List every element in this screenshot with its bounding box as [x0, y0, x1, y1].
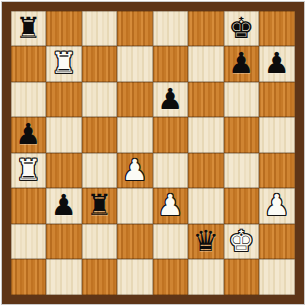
square-e2[interactable] — [153, 224, 189, 260]
square-b7[interactable]: ♜ — [46, 46, 82, 82]
square-h3[interactable]: ♟ — [259, 188, 295, 224]
square-b4[interactable] — [46, 153, 82, 189]
black-pawn-piece[interactable]: ♟ — [228, 49, 254, 78]
square-f8[interactable] — [188, 11, 224, 47]
chess-board: ♜♚♜♟♟♟♟♜♟♟♜♟♟♛♚ — [11, 11, 295, 295]
square-f6[interactable] — [188, 82, 224, 118]
white-pawn-piece[interactable]: ♟ — [264, 191, 290, 220]
square-c8[interactable] — [82, 11, 118, 47]
page: ♜♚♜♟♟♟♟♜♟♟♜♟♟♛♚ — [0, 0, 305, 305]
square-b6[interactable] — [46, 82, 82, 118]
white-rook-piece[interactable]: ♜ — [15, 156, 41, 185]
square-h5[interactable] — [259, 117, 295, 153]
square-f3[interactable] — [188, 188, 224, 224]
square-a4[interactable]: ♜ — [11, 153, 47, 189]
square-a6[interactable] — [11, 82, 47, 118]
square-e8[interactable] — [153, 11, 189, 47]
square-e1[interactable] — [153, 259, 189, 295]
square-d6[interactable] — [117, 82, 153, 118]
square-a8[interactable]: ♜ — [11, 11, 47, 47]
square-d1[interactable] — [117, 259, 153, 295]
black-rook-piece[interactable]: ♜ — [86, 191, 112, 220]
square-a5[interactable]: ♟ — [11, 117, 47, 153]
square-f4[interactable] — [188, 153, 224, 189]
square-h4[interactable] — [259, 153, 295, 189]
square-d7[interactable] — [117, 46, 153, 82]
square-e5[interactable] — [153, 117, 189, 153]
square-g2[interactable]: ♚ — [224, 224, 260, 260]
square-d4[interactable]: ♟ — [117, 153, 153, 189]
square-b5[interactable] — [46, 117, 82, 153]
square-a2[interactable] — [11, 224, 47, 260]
black-queen-piece[interactable]: ♛ — [193, 227, 219, 256]
square-e3[interactable]: ♟ — [153, 188, 189, 224]
square-f7[interactable] — [188, 46, 224, 82]
square-f2[interactable]: ♛ — [188, 224, 224, 260]
square-c7[interactable] — [82, 46, 118, 82]
black-rook-piece[interactable]: ♜ — [15, 14, 41, 43]
white-king-piece[interactable]: ♚ — [228, 227, 254, 256]
square-b8[interactable] — [46, 11, 82, 47]
square-a1[interactable] — [11, 259, 47, 295]
square-c2[interactable] — [82, 224, 118, 260]
square-d5[interactable] — [117, 117, 153, 153]
square-g8[interactable]: ♚ — [224, 11, 260, 47]
square-e6[interactable]: ♟ — [153, 82, 189, 118]
square-g7[interactable]: ♟ — [224, 46, 260, 82]
square-h2[interactable] — [259, 224, 295, 260]
square-g6[interactable] — [224, 82, 260, 118]
square-b1[interactable] — [46, 259, 82, 295]
square-h1[interactable] — [259, 259, 295, 295]
square-g5[interactable] — [224, 117, 260, 153]
black-pawn-piece[interactable]: ♟ — [15, 120, 41, 149]
square-d2[interactable] — [117, 224, 153, 260]
square-c1[interactable] — [82, 259, 118, 295]
square-g1[interactable] — [224, 259, 260, 295]
square-a3[interactable] — [11, 188, 47, 224]
square-c3[interactable]: ♜ — [82, 188, 118, 224]
square-g3[interactable] — [224, 188, 260, 224]
square-a7[interactable] — [11, 46, 47, 82]
square-e7[interactable] — [153, 46, 189, 82]
chess-board-frame: ♜♚♜♟♟♟♟♜♟♟♜♟♟♛♚ — [2, 2, 304, 304]
black-pawn-piece[interactable]: ♟ — [51, 191, 77, 220]
black-king-piece[interactable]: ♚ — [228, 14, 254, 43]
square-h7[interactable]: ♟ — [259, 46, 295, 82]
white-pawn-piece[interactable]: ♟ — [122, 156, 148, 185]
square-b3[interactable]: ♟ — [46, 188, 82, 224]
square-h6[interactable] — [259, 82, 295, 118]
white-rook-piece[interactable]: ♜ — [51, 49, 77, 78]
square-g4[interactable] — [224, 153, 260, 189]
square-c4[interactable] — [82, 153, 118, 189]
black-pawn-piece[interactable]: ♟ — [264, 49, 290, 78]
white-pawn-piece[interactable]: ♟ — [157, 191, 183, 220]
square-c6[interactable] — [82, 82, 118, 118]
square-f5[interactable] — [188, 117, 224, 153]
square-c5[interactable] — [82, 117, 118, 153]
black-pawn-piece[interactable]: ♟ — [157, 85, 183, 114]
square-d8[interactable] — [117, 11, 153, 47]
square-h8[interactable] — [259, 11, 295, 47]
square-b2[interactable] — [46, 224, 82, 260]
square-e4[interactable] — [153, 153, 189, 189]
square-f1[interactable] — [188, 259, 224, 295]
square-d3[interactable] — [117, 188, 153, 224]
